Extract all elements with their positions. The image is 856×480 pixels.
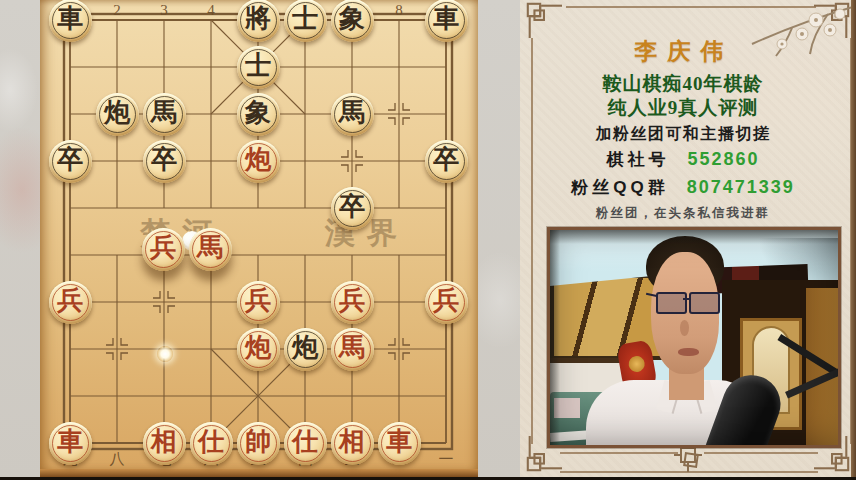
svg-text:八: 八 [110, 451, 125, 467]
piece-black-soldier[interactable]: 卒 [49, 140, 92, 183]
piece-ring [52, 2, 89, 39]
club-id-number: 552860 [687, 149, 759, 169]
piece-red-soldier[interactable]: 兵 [425, 281, 468, 324]
qq-group-label: 粉丝QQ群 [571, 178, 668, 197]
board-wooden-edge [40, 469, 478, 477]
lattice-medallion-icon [672, 444, 704, 474]
piece-ring [52, 284, 89, 321]
piece-red-elephant[interactable]: 相 [143, 422, 186, 465]
piece-red-cannon[interactable]: 炮 [237, 328, 280, 371]
piece-ring [287, 2, 324, 39]
webcam-video [547, 227, 841, 448]
piece-ring [52, 143, 89, 180]
club-id-label: 棋社号 [606, 150, 669, 169]
piece-black-horse[interactable]: 馬 [143, 93, 186, 136]
piece-black-horse[interactable]: 馬 [331, 93, 374, 136]
piece-ring [381, 425, 418, 462]
piece-black-cannon[interactable]: 炮 [96, 93, 139, 136]
svg-text:4: 4 [207, 2, 215, 18]
piece-red-advisor[interactable]: 仕 [284, 422, 327, 465]
piece-ring [146, 96, 183, 133]
qq-group-number: 807471339 [687, 177, 795, 197]
piece-black-advisor[interactable]: 士 [284, 0, 327, 42]
piece-ring [334, 190, 371, 227]
piece-red-advisor[interactable]: 仕 [190, 422, 233, 465]
webcam-vignette [550, 230, 838, 445]
piece-black-elephant[interactable]: 象 [331, 0, 374, 42]
xiangqi-board: 楚河漢界123456789九八七六五四三二一 車將士象車士炮馬象馬卒卒炮卒卒兵馬… [40, 0, 478, 469]
piece-red-soldier[interactable]: 兵 [331, 281, 374, 324]
piece-red-horse[interactable]: 馬 [189, 228, 232, 271]
piece-black-soldier[interactable]: 卒 [425, 140, 468, 183]
piece-ring [428, 143, 465, 180]
piece-black-chariot[interactable]: 車 [49, 0, 92, 42]
piece-red-general[interactable]: 帥 [237, 422, 280, 465]
piece-ring [240, 425, 277, 462]
svg-text:3: 3 [160, 2, 168, 18]
piece-red-soldier[interactable]: 兵 [49, 281, 92, 324]
piece-black-soldier[interactable]: 卒 [143, 140, 186, 183]
piece-black-advisor[interactable]: 士 [237, 46, 280, 89]
tagline-2: 纯人业9真人评测 [520, 95, 846, 121]
piece-ring [428, 2, 465, 39]
piece-ring [334, 284, 371, 321]
stream-info-panel: 李庆伟 鞍山棋痴40年棋龄 纯人业9真人评测 加粉丝团可和主播切搓 棋社号 55… [520, 0, 856, 477]
piece-red-cannon[interactable]: 炮 [237, 140, 280, 183]
panel-right-edge [851, 0, 856, 477]
piece-ring [240, 49, 277, 86]
club-id-row: 棋社号 552860 [520, 148, 846, 171]
piece-red-elephant[interactable]: 相 [331, 422, 374, 465]
panel-frame-bottom [560, 452, 678, 454]
piece-black-soldier[interactable]: 卒 [331, 187, 374, 230]
piece-black-chariot[interactable]: 車 [425, 0, 468, 42]
piece-ring [334, 331, 371, 368]
streamer-name: 李庆伟 [520, 36, 848, 67]
piece-ring [240, 284, 277, 321]
piece-ring [52, 425, 89, 462]
piece-ring [193, 425, 230, 462]
fan-hint: 加粉丝团可和主播切搓 [520, 124, 846, 145]
piece-ring [240, 96, 277, 133]
panel-frame-bottom [704, 452, 818, 454]
piece-red-soldier[interactable]: 兵 [142, 228, 185, 271]
piece-ring [192, 231, 229, 268]
piece-ring [334, 96, 371, 133]
piece-ring [287, 425, 324, 462]
piece-red-chariot[interactable]: 車 [378, 422, 421, 465]
piece-ring [240, 143, 277, 180]
piece-black-cannon[interactable]: 炮 [284, 328, 327, 371]
piece-ring [240, 331, 277, 368]
tagline-1: 鞍山棋痴40年棋龄 [520, 71, 846, 97]
stream-frame: 楚河漢界123456789九八七六五四三二一 車將士象車士炮馬象馬卒卒炮卒卒兵馬… [0, 0, 856, 480]
piece-red-chariot[interactable]: 車 [49, 422, 92, 465]
highlight-glow-dot [157, 346, 173, 362]
fan-note: 粉丝团，在头条私信我进群 [520, 205, 846, 222]
lattice-corner-icon [524, 0, 562, 38]
qq-group-row: 粉丝QQ群 807471339 [520, 176, 846, 199]
piece-black-elephant[interactable]: 象 [237, 93, 280, 136]
piece-red-soldier[interactable]: 兵 [237, 281, 280, 324]
svg-text:8: 8 [395, 2, 403, 18]
piece-ring [287, 331, 324, 368]
piece-ring [240, 2, 277, 39]
piece-ring [334, 2, 371, 39]
piece-ring [334, 425, 371, 462]
piece-ring [145, 231, 182, 268]
piece-black-general[interactable]: 將 [237, 0, 280, 42]
piece-red-horse[interactable]: 馬 [331, 328, 374, 371]
svg-text:2: 2 [113, 2, 121, 18]
piece-ring [146, 425, 183, 462]
piece-ring [146, 143, 183, 180]
piece-ring [428, 284, 465, 321]
piece-ring [99, 96, 136, 133]
svg-text:一: 一 [439, 451, 454, 467]
